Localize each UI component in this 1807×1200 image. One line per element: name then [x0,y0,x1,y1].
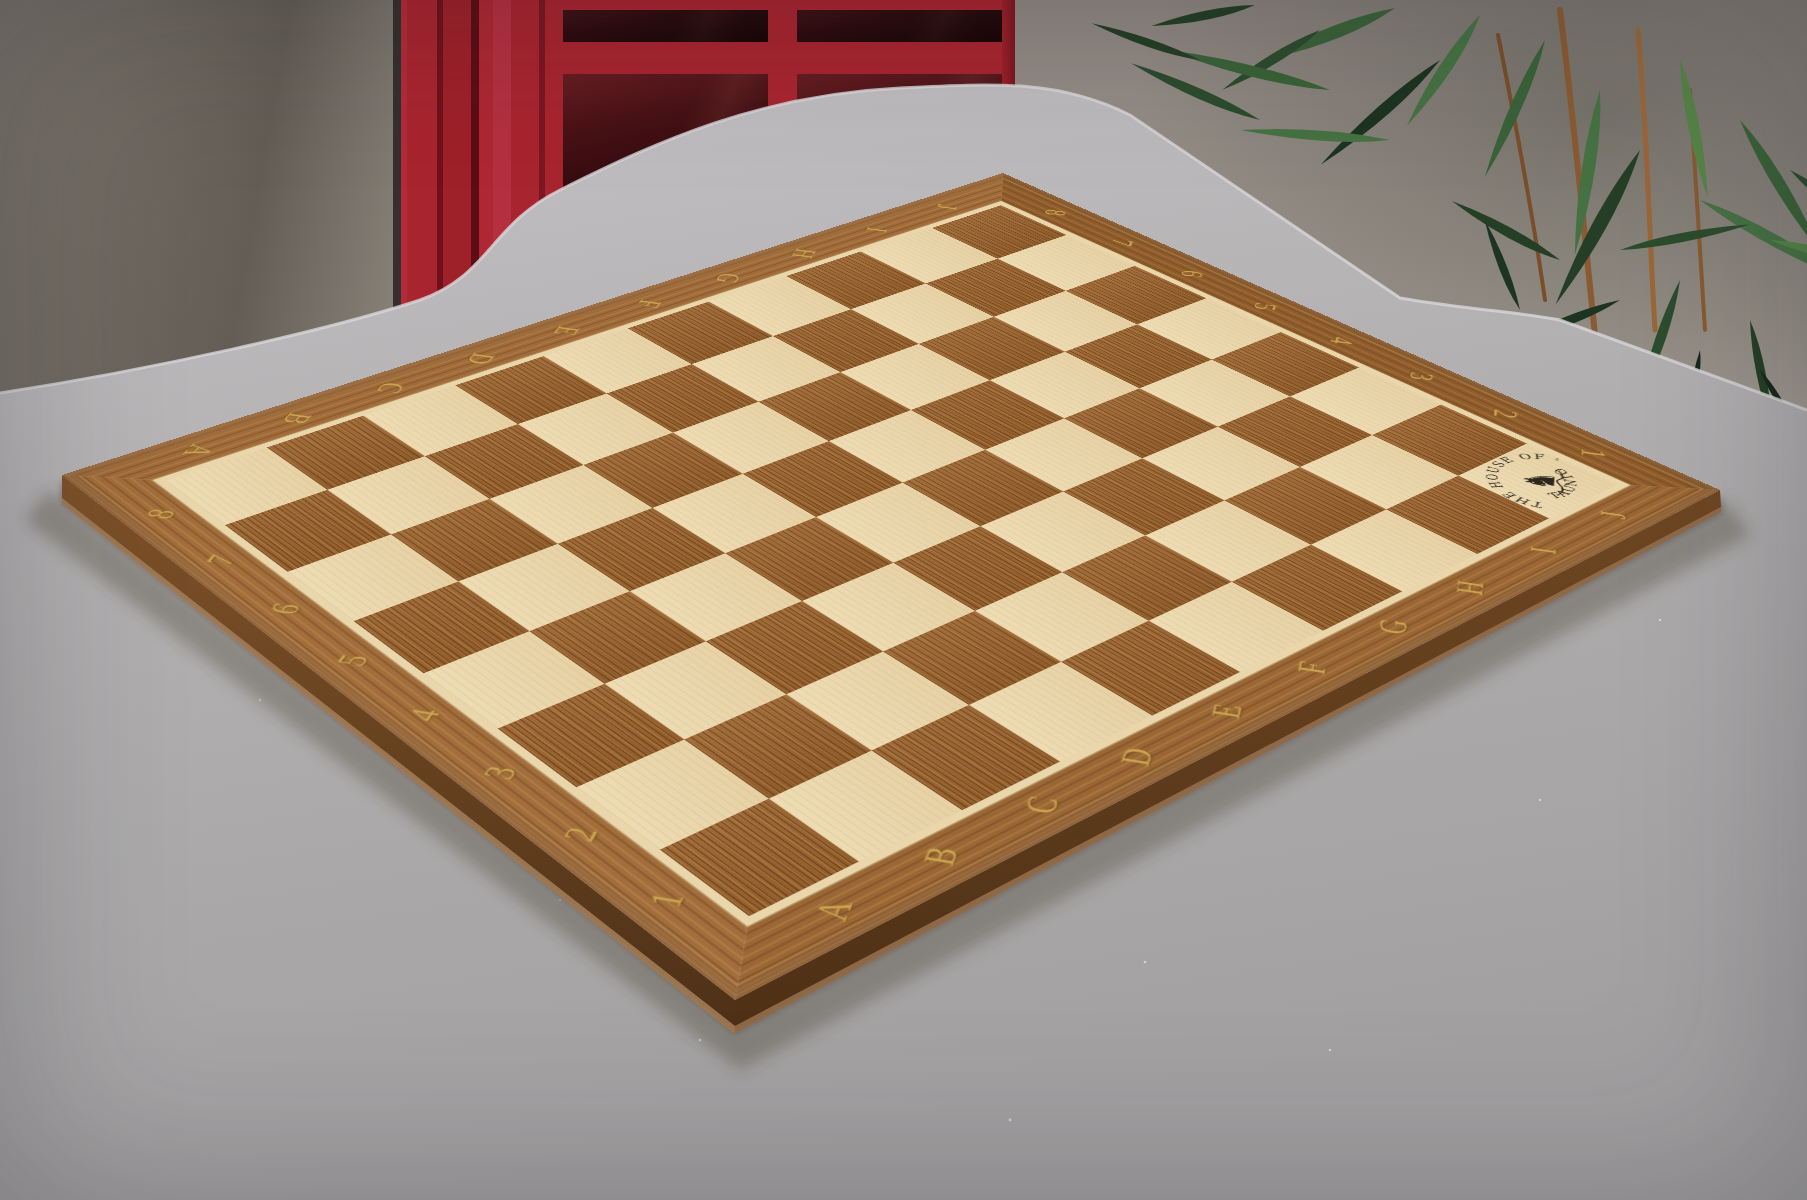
scene: { "game": "chess", "variant": "capablanc… [0,0,1807,1200]
logo-trademark: ™ [1554,457,1564,462]
